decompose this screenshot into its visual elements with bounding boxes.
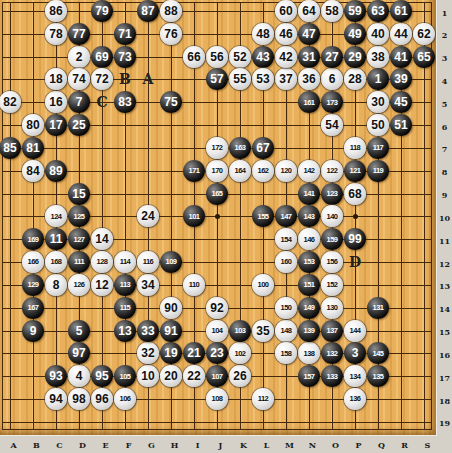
stone-125: 125 — [68, 205, 90, 227]
row-label-7: 7 — [442, 145, 448, 153]
stone-130: 130 — [321, 297, 343, 319]
stone-98: 98 — [68, 388, 90, 410]
stone-40: 40 — [367, 23, 389, 45]
stone-15: 15 — [68, 183, 90, 205]
column-label-A: A — [10, 441, 16, 449]
stone-79: 79 — [91, 0, 113, 22]
stone-17: 17 — [45, 114, 67, 136]
board-marker-c: C — [96, 95, 107, 109]
row-label-17: 17 — [439, 374, 450, 382]
stone-167: 167 — [22, 297, 44, 319]
stone-35: 35 — [252, 320, 274, 342]
stone-76: 76 — [160, 23, 182, 45]
row-label-8: 8 — [442, 168, 448, 176]
stone-172: 172 — [206, 137, 228, 159]
stone-113: 113 — [114, 274, 136, 296]
stone-55: 55 — [229, 68, 251, 90]
column-label-N: N — [309, 441, 316, 449]
stone-88: 88 — [160, 0, 182, 22]
stone-1: 1 — [367, 68, 389, 90]
stone-119: 119 — [367, 160, 389, 182]
stone-22: 22 — [183, 365, 205, 387]
stone-120: 120 — [275, 160, 297, 182]
stone-145: 145 — [367, 342, 389, 364]
stone-82: 82 — [0, 91, 21, 113]
column-label-E: E — [102, 441, 108, 449]
stone-5: 5 — [68, 320, 90, 342]
column-label-B: B — [33, 441, 40, 449]
row-label-11: 11 — [439, 237, 450, 245]
stone-161: 161 — [298, 91, 320, 113]
stone-73: 73 — [114, 46, 136, 68]
row-label-19: 19 — [439, 419, 450, 427]
stone-156: 156 — [321, 251, 343, 273]
stone-157: 157 — [298, 365, 320, 387]
column-label-J: J — [219, 441, 223, 449]
stone-94: 94 — [45, 388, 67, 410]
row-label-14: 14 — [439, 305, 450, 313]
row-label-15: 15 — [439, 328, 450, 336]
stone-56: 56 — [206, 46, 228, 68]
stone-59: 59 — [344, 0, 366, 22]
stone-27: 27 — [321, 46, 343, 68]
stone-34: 34 — [137, 274, 159, 296]
stone-114: 114 — [114, 251, 136, 273]
stone-110: 110 — [183, 274, 205, 296]
stone-132: 132 — [321, 342, 343, 364]
stone-65: 65 — [413, 46, 435, 68]
row-label-5: 5 — [442, 100, 448, 108]
stone-30: 30 — [367, 91, 389, 113]
stone-24: 24 — [137, 205, 159, 227]
stone-99: 99 — [344, 228, 366, 250]
stone-96: 96 — [91, 388, 113, 410]
column-label-H: H — [171, 441, 179, 449]
stone-4: 4 — [68, 365, 90, 387]
column-label-R: R — [401, 441, 408, 449]
stone-44: 44 — [390, 23, 412, 45]
stones-layer: ABCD123456789101112131415161718192021222… — [0, 0, 436, 433]
stone-152: 152 — [321, 274, 343, 296]
stone-103: 103 — [229, 320, 251, 342]
stone-47: 47 — [298, 23, 320, 45]
stone-139: 139 — [298, 320, 320, 342]
stone-61: 61 — [390, 0, 412, 22]
stone-101: 101 — [183, 205, 205, 227]
column-label-P: P — [355, 441, 361, 449]
stone-131: 131 — [367, 297, 389, 319]
stone-71: 71 — [114, 23, 136, 45]
stone-72: 72 — [91, 68, 113, 90]
stone-151: 151 — [298, 274, 320, 296]
stone-168: 168 — [45, 251, 67, 273]
row-label-9: 9 — [442, 191, 448, 199]
stone-42: 42 — [275, 46, 297, 68]
stone-66: 66 — [183, 46, 205, 68]
stone-159: 159 — [321, 228, 343, 250]
stone-133: 133 — [321, 365, 343, 387]
stone-117: 117 — [367, 137, 389, 159]
stone-53: 53 — [252, 68, 274, 90]
stone-149: 149 — [298, 297, 320, 319]
stone-12: 12 — [91, 274, 113, 296]
stone-43: 43 — [252, 46, 274, 68]
stone-118: 118 — [344, 137, 366, 159]
stone-111: 111 — [68, 251, 90, 273]
stone-80: 80 — [22, 114, 44, 136]
stone-106: 106 — [114, 388, 136, 410]
stone-7: 7 — [68, 91, 90, 113]
stone-28: 28 — [344, 68, 366, 90]
stone-31: 31 — [298, 46, 320, 68]
column-label-D: D — [79, 441, 86, 449]
column-label-C: C — [56, 441, 62, 449]
column-label-K: K — [240, 441, 247, 449]
stone-138: 138 — [298, 342, 320, 364]
row-label-18: 18 — [439, 397, 450, 405]
row-label-12: 12 — [439, 260, 450, 268]
stone-108: 108 — [206, 388, 228, 410]
goban[interactable]: ABCD123456789101112131415161718192021222… — [0, 0, 437, 436]
star-point — [353, 214, 358, 219]
stone-78: 78 — [45, 23, 67, 45]
row-label-16: 16 — [439, 351, 450, 359]
stone-92: 92 — [206, 297, 228, 319]
stone-57: 57 — [206, 68, 228, 90]
stone-89: 89 — [45, 160, 67, 182]
stone-68: 68 — [344, 183, 366, 205]
stone-45: 45 — [390, 91, 412, 113]
stone-163: 163 — [229, 137, 251, 159]
stone-13: 13 — [114, 320, 136, 342]
stone-11: 11 — [45, 228, 67, 250]
stone-150: 150 — [275, 297, 297, 319]
stone-36: 36 — [298, 68, 320, 90]
stone-3: 3 — [344, 342, 366, 364]
row-label-13: 13 — [439, 282, 450, 290]
stone-87: 87 — [137, 0, 159, 22]
stone-58: 58 — [321, 0, 343, 22]
row-label-3: 3 — [442, 54, 448, 62]
board-marker-d: D — [349, 255, 361, 269]
stone-21: 21 — [183, 342, 205, 364]
column-label-L: L — [264, 441, 270, 449]
stone-129: 129 — [22, 274, 44, 296]
stone-170: 170 — [206, 160, 228, 182]
stone-160: 160 — [275, 251, 297, 273]
stone-32: 32 — [137, 342, 159, 364]
stone-109: 109 — [160, 251, 182, 273]
stone-141: 141 — [298, 183, 320, 205]
column-label-F: F — [126, 441, 132, 449]
stone-102: 102 — [229, 342, 251, 364]
stone-126: 126 — [68, 274, 90, 296]
stone-86: 86 — [45, 0, 67, 22]
stone-19: 19 — [160, 342, 182, 364]
stone-93: 93 — [45, 365, 67, 387]
stone-6: 6 — [321, 68, 343, 90]
stone-91: 91 — [160, 320, 182, 342]
stone-23: 23 — [206, 342, 228, 364]
stone-142: 142 — [298, 160, 320, 182]
board-marker-a: A — [143, 72, 154, 86]
stone-140: 140 — [321, 205, 343, 227]
stone-121: 121 — [344, 160, 366, 182]
row-label-4: 4 — [442, 77, 448, 85]
stone-18: 18 — [45, 68, 67, 90]
stone-69: 69 — [91, 46, 113, 68]
row-label-10: 10 — [439, 214, 450, 222]
stone-50: 50 — [367, 114, 389, 136]
star-point — [215, 214, 220, 219]
stone-26: 26 — [229, 365, 251, 387]
stone-60: 60 — [275, 0, 297, 22]
stone-48: 48 — [252, 23, 274, 45]
stone-107: 107 — [206, 365, 228, 387]
stone-20: 20 — [160, 365, 182, 387]
stone-62: 62 — [413, 23, 435, 45]
stone-38: 38 — [367, 46, 389, 68]
stone-84: 84 — [22, 160, 44, 182]
stone-100: 100 — [252, 274, 274, 296]
stone-115: 115 — [114, 297, 136, 319]
stone-77: 77 — [68, 23, 90, 45]
stone-147: 147 — [275, 205, 297, 227]
stone-83: 83 — [114, 91, 136, 113]
stone-74: 74 — [68, 68, 90, 90]
stone-158: 158 — [275, 342, 297, 364]
stone-124: 124 — [45, 205, 67, 227]
stone-33: 33 — [137, 320, 159, 342]
stone-162: 162 — [252, 160, 274, 182]
column-label-I: I — [196, 441, 200, 449]
board-marker-b: B — [119, 72, 131, 86]
stone-112: 112 — [252, 388, 274, 410]
stone-16: 16 — [45, 91, 67, 113]
stone-171: 171 — [183, 160, 205, 182]
stone-135: 135 — [367, 365, 389, 387]
stone-14: 14 — [91, 228, 113, 250]
stone-136: 136 — [344, 388, 366, 410]
stone-10: 10 — [137, 365, 159, 387]
stone-41: 41 — [390, 46, 412, 68]
stone-127: 127 — [68, 228, 90, 250]
stone-67: 67 — [252, 137, 274, 159]
stone-64: 64 — [298, 0, 320, 22]
stone-155: 155 — [252, 205, 274, 227]
row-labels — [436, 0, 452, 453]
stone-81: 81 — [22, 137, 44, 159]
stone-128: 128 — [91, 251, 113, 273]
stone-143: 143 — [298, 205, 320, 227]
stone-46: 46 — [275, 23, 297, 45]
stone-153: 153 — [298, 251, 320, 273]
stone-173: 173 — [321, 91, 343, 113]
stone-104: 104 — [206, 320, 228, 342]
stone-51: 51 — [390, 114, 412, 136]
stone-63: 63 — [367, 0, 389, 22]
stone-105: 105 — [114, 365, 136, 387]
stone-148: 148 — [275, 320, 297, 342]
column-label-M: M — [285, 441, 294, 449]
stone-144: 144 — [344, 320, 366, 342]
row-label-2: 2 — [442, 31, 448, 39]
row-label-1: 1 — [442, 9, 448, 17]
stone-123: 123 — [321, 183, 343, 205]
stone-166: 166 — [22, 251, 44, 273]
stone-97: 97 — [68, 342, 90, 364]
stone-52: 52 — [229, 46, 251, 68]
stone-154: 154 — [275, 228, 297, 250]
stone-90: 90 — [160, 297, 182, 319]
column-label-Q: Q — [378, 441, 385, 449]
stone-75: 75 — [160, 91, 182, 113]
stone-37: 37 — [275, 68, 297, 90]
stone-39: 39 — [390, 68, 412, 90]
stone-164: 164 — [229, 160, 251, 182]
column-label-G: G — [148, 441, 155, 449]
stone-165: 165 — [206, 183, 228, 205]
stone-122: 122 — [321, 160, 343, 182]
stone-85: 85 — [0, 137, 21, 159]
stone-54: 54 — [321, 114, 343, 136]
stone-2: 2 — [68, 46, 90, 68]
stone-169: 169 — [22, 228, 44, 250]
stone-95: 95 — [91, 365, 113, 387]
stone-49: 49 — [344, 23, 366, 45]
stone-8: 8 — [45, 274, 67, 296]
column-label-O: O — [332, 441, 339, 449]
stone-29: 29 — [344, 46, 366, 68]
stone-9: 9 — [22, 320, 44, 342]
row-label-6: 6 — [442, 123, 448, 131]
stone-116: 116 — [137, 251, 159, 273]
stone-146: 146 — [298, 228, 320, 250]
stone-134: 134 — [344, 365, 366, 387]
column-label-S: S — [425, 441, 431, 449]
stone-137: 137 — [321, 320, 343, 342]
stone-25: 25 — [68, 114, 90, 136]
go-kifu-screen: ABCD123456789101112131415161718192021222… — [0, 0, 452, 453]
